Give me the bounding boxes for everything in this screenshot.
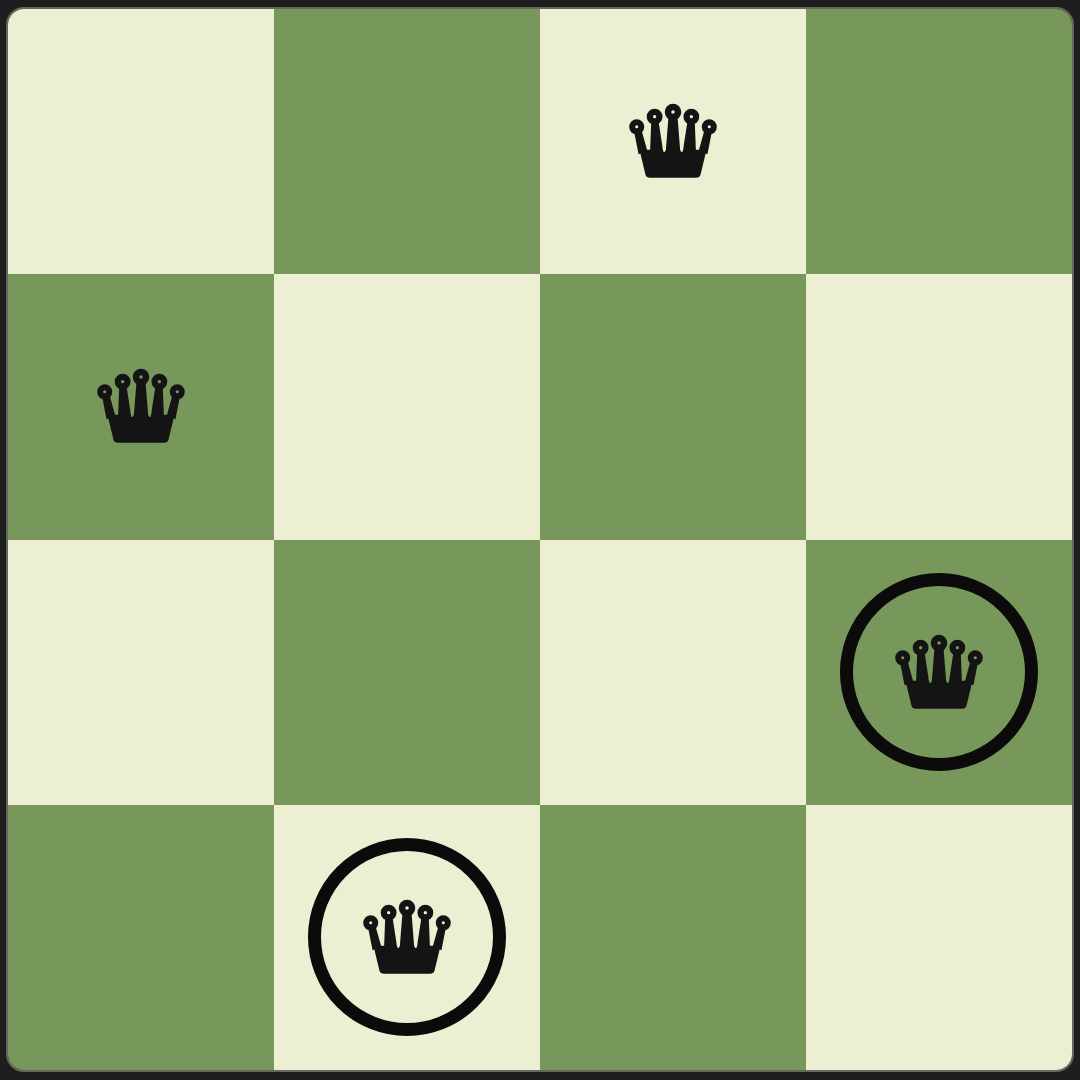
- square-c3[interactable]: [540, 274, 806, 539]
- square-a4[interactable]: [8, 9, 274, 274]
- square-a3[interactable]: [8, 274, 274, 539]
- square-b4[interactable]: [274, 9, 540, 274]
- black-queen-piece: [8, 274, 274, 539]
- square-b1[interactable]: [274, 805, 540, 1070]
- black-queen-icon: [893, 633, 985, 712]
- black-queen-piece: [274, 805, 540, 1070]
- square-c4[interactable]: [540, 9, 806, 274]
- square-a1[interactable]: [8, 805, 274, 1070]
- queens-board: [8, 9, 1072, 1070]
- square-c2[interactable]: [540, 540, 806, 805]
- square-b2[interactable]: [274, 540, 540, 805]
- app-background: [0, 0, 1080, 1080]
- square-d3[interactable]: [806, 274, 1072, 539]
- square-d2[interactable]: [806, 540, 1072, 805]
- black-queen-icon: [95, 367, 187, 446]
- square-c1[interactable]: [540, 805, 806, 1070]
- square-b3[interactable]: [274, 274, 540, 539]
- square-d4[interactable]: [806, 9, 1072, 274]
- black-queen-piece: [540, 9, 806, 274]
- black-queen-icon: [361, 898, 453, 977]
- square-a2[interactable]: [8, 540, 274, 805]
- black-queen-piece: [806, 540, 1072, 805]
- black-queen-icon: [627, 102, 719, 181]
- square-d1[interactable]: [806, 805, 1072, 1070]
